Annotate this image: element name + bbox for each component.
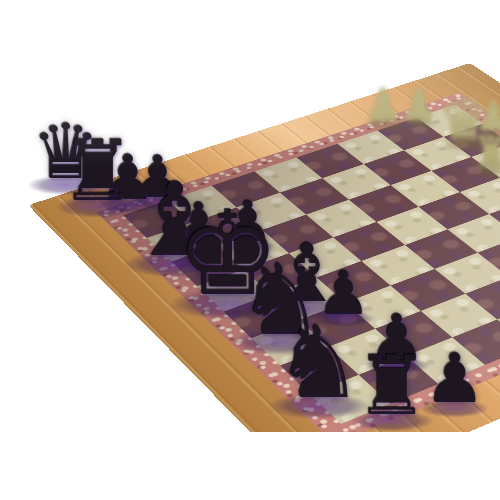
- black-rook-piece: ♜: [60, 129, 135, 213]
- chess-set-product-photo: ♛♜♟♟♝♟♚♟♞♝♞♟♟♜♟♟♟♛♟♜: [0, 0, 500, 500]
- green-pawn-piece: ♟: [362, 82, 403, 128]
- green-rook-piece: ♜: [472, 132, 500, 174]
- black-knight-piece: ♞: [274, 313, 364, 413]
- pieces-layer: ♛♜♟♟♝♟♚♟♞♝♞♟♟♜♟♟♟♛♟♜: [0, 0, 500, 500]
- black-pawn-piece: ♟: [425, 345, 486, 413]
- green-pawn-piece: ♟: [399, 83, 438, 127]
- black-rook-piece: ♜: [355, 345, 429, 427]
- photo-crop-edge: [0, 432, 500, 500]
